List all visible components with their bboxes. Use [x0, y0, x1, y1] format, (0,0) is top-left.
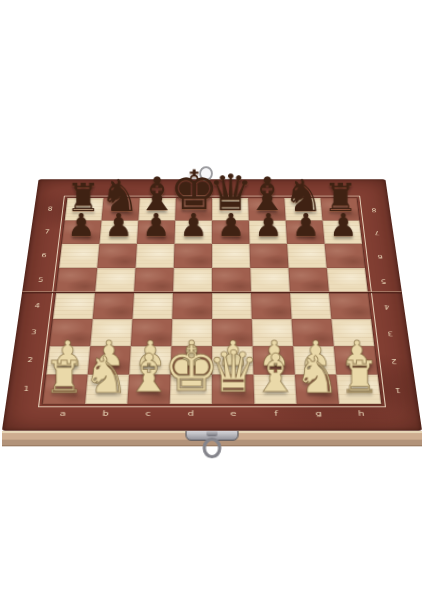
- file-label-g: g: [297, 409, 340, 417]
- rank-label-left-2: 2: [14, 357, 47, 364]
- piece-black-pawn-e7: ♟: [212, 221, 250, 244]
- rank-label-left-1: 1: [10, 386, 43, 394]
- piece-black-pawn-h7: ♟: [322, 221, 362, 244]
- rank-label-left-7: 7: [32, 229, 61, 235]
- piece-black-pawn-d7: ♟: [174, 221, 212, 244]
- piece-white-bishop-f1: ♝: [253, 375, 296, 405]
- piece-white-knight-g1: ♞: [295, 375, 339, 405]
- rank-label-right-5: 5: [368, 277, 399, 283]
- black-pawn-glyph: ♟: [67, 209, 95, 241]
- rank-label-left-5: 5: [25, 277, 56, 283]
- piece-black-pawn-c7: ♟: [137, 221, 175, 244]
- clasp-latch-icon: [185, 426, 238, 440]
- white-rook-glyph: ♜: [44, 356, 84, 400]
- rank-label-right-2: 2: [378, 357, 411, 364]
- folding-chess-box: 87654321 87654321 abcdefgh ♜♞♝♚♛♝♞♜♟♟♟♟♟…: [2, 179, 422, 431]
- piece-white-queen-e1: ♛: [212, 375, 254, 405]
- piece-white-rook-a1: ♜: [43, 375, 88, 405]
- piece-black-pawn-g7: ♟: [286, 221, 325, 244]
- clasp-ring-icon: [203, 437, 222, 458]
- rank-label-right-6: 6: [365, 253, 395, 259]
- file-label-h: h: [339, 409, 382, 417]
- piece-black-pawn-f7: ♟: [249, 221, 287, 244]
- black-pawn-glyph: ♟: [104, 209, 132, 241]
- piece-white-rook-h1: ♜: [336, 375, 381, 405]
- rank-label-right-1: 1: [381, 386, 414, 394]
- black-pawn-glyph: ♟: [142, 209, 170, 241]
- white-rook-glyph: ♜: [340, 356, 380, 400]
- file-label-d: d: [169, 409, 212, 417]
- rank-label-right-7: 7: [362, 229, 391, 235]
- piece-white-knight-b1: ♞: [85, 375, 129, 405]
- black-pawn-glyph: ♟: [217, 209, 245, 241]
- file-label-a: a: [41, 409, 84, 417]
- black-pawn-glyph: ♟: [254, 209, 282, 241]
- rank-label-left-4: 4: [22, 303, 53, 310]
- black-pawn-glyph: ♟: [179, 209, 207, 241]
- piece-black-pawn-a7: ♟: [62, 221, 102, 244]
- file-label-f: f: [254, 409, 297, 417]
- white-knight-glyph: ♞: [84, 349, 130, 400]
- rank-label-right-4: 4: [371, 303, 402, 310]
- rank-label-left-6: 6: [29, 253, 59, 259]
- pieces-layer: ♜♞♝♚♛♝♞♜♟♟♟♟♟♟♟♟♟♟♟♟♟♟♟♟♜♞♝♚♛♝♞♜: [43, 198, 382, 404]
- rank-label-left-3: 3: [18, 329, 50, 336]
- piece-black-pawn-b7: ♟: [99, 221, 138, 244]
- black-pawn-glyph: ♟: [291, 209, 319, 241]
- piece-white-king-d1: ♚: [170, 375, 212, 405]
- white-bishop-glyph: ♝: [252, 347, 300, 400]
- chess-set-scene: 87654321 87654321 abcdefgh ♜♞♝♚♛♝♞♜♟♟♟♟♟…: [22, 103, 402, 483]
- white-knight-glyph: ♞: [295, 349, 341, 400]
- box-side-edge: [2, 431, 422, 446]
- rank-label-left-8: 8: [36, 207, 65, 213]
- file-label-b: b: [84, 409, 127, 417]
- rank-label-right-8: 8: [360, 207, 389, 213]
- file-label-e: e: [212, 409, 255, 417]
- product-photo: 87654321 87654321 abcdefgh ♜♞♝♚♛♝♞♜♟♟♟♟♟…: [0, 0, 424, 600]
- file-label-c: c: [127, 409, 170, 417]
- rank-label-right-3: 3: [374, 329, 406, 336]
- black-pawn-glyph: ♟: [329, 209, 357, 241]
